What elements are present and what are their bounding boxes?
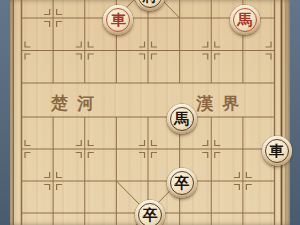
xiangqi-app: 楚河 漢界 將車馬馬車卒卒	[0, 0, 300, 225]
piece-character: 車	[269, 144, 284, 159]
piece-character: 將	[143, 0, 158, 4]
piece-character: 車	[111, 13, 126, 28]
piece-black-soldier[interactable]: 卒	[167, 168, 197, 198]
piece-character: 卒	[143, 208, 158, 223]
piece-red-horse[interactable]: 馬	[230, 5, 260, 35]
river-label-chu-he: 楚河	[51, 93, 103, 113]
piece-character: 馬	[237, 13, 252, 28]
piece-black-soldier[interactable]: 卒	[135, 200, 165, 225]
river-label-han-jie: 漢界	[196, 93, 248, 113]
piece-black-horse[interactable]: 馬	[167, 104, 197, 134]
piece-black-chariot[interactable]: 車	[262, 136, 292, 166]
piece-character: 馬	[174, 112, 189, 127]
board-grid	[0, 0, 300, 225]
piece-character: 卒	[174, 176, 189, 191]
